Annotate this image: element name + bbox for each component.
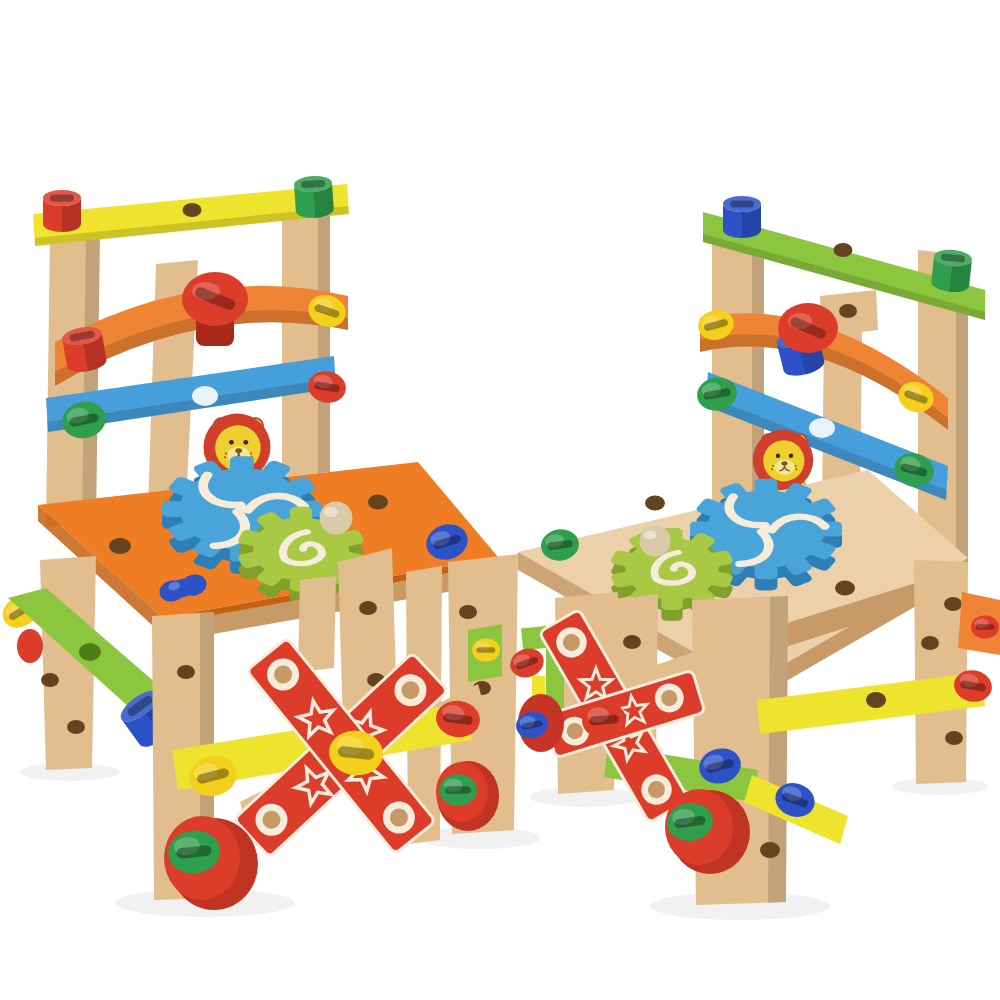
blue-slat-hole: [809, 418, 835, 438]
green-cap-nut: [931, 248, 973, 294]
red-disc-blue-screw: [514, 694, 564, 752]
large-red-bolt: [778, 303, 838, 353]
yellow-screw: [472, 638, 500, 661]
top-bar-hole: [183, 203, 202, 217]
right-chair-underframe: [506, 560, 1000, 905]
right-chair-leg: [914, 560, 968, 784]
blue-slat-hole: [192, 386, 218, 406]
red-cap-nut: [43, 190, 81, 232]
green-cap-nut: [293, 175, 334, 220]
product-photo: [0, 0, 1000, 1000]
left-chair: [0, 175, 518, 910]
blue-cap-nut: [723, 196, 761, 238]
wooden-ball: [640, 526, 671, 557]
red-screw: [971, 615, 999, 638]
toy-chairs-illustration: [0, 0, 1000, 1000]
wooden-ball: [320, 502, 353, 535]
red-wheel-nut: [665, 789, 750, 874]
red-wheel-nut: [436, 761, 499, 831]
